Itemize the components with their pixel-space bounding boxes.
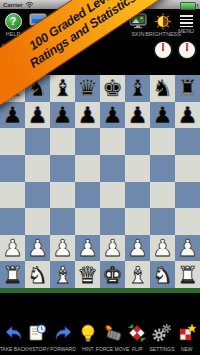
brightness-icon <box>154 13 172 30</box>
square-d7[interactable]: ♟ <box>75 102 100 129</box>
new-game-icon <box>177 323 197 343</box>
flip-button[interactable]: FLIP <box>125 305 150 355</box>
square-a6[interactable] <box>0 128 25 155</box>
square-b7[interactable]: ♟ <box>25 102 50 129</box>
square-e3[interactable] <box>100 208 125 235</box>
carrier-label: Carrier <box>3 2 23 8</box>
battery-icon <box>180 2 198 10</box>
square-g6[interactable] <box>150 128 175 155</box>
square-b3[interactable] <box>25 208 50 235</box>
square-a5[interactable] <box>0 155 25 182</box>
new-game-button[interactable]: NEW <box>175 305 200 355</box>
square-e6[interactable] <box>100 128 125 155</box>
square-d8[interactable]: ♛ <box>75 75 100 102</box>
square-c6[interactable] <box>50 128 75 155</box>
hint-label: HINT <box>82 346 94 352</box>
square-c5[interactable] <box>50 155 75 182</box>
square-e7[interactable]: ♟ <box>100 102 125 129</box>
black-rook: ♜ <box>177 75 198 101</box>
square-a4[interactable] <box>0 182 25 209</box>
square-a1[interactable]: ♜ <box>0 261 25 288</box>
square-f4[interactable] <box>125 182 150 209</box>
square-d5[interactable] <box>75 155 100 182</box>
square-g2[interactable]: ♟ <box>150 235 175 262</box>
square-g5[interactable] <box>150 155 175 182</box>
white-pawn: ♟ <box>2 235 23 261</box>
square-g1[interactable]: ♞ <box>150 261 175 288</box>
white-bishop: ♝ <box>52 262 73 288</box>
square-e2[interactable]: ♟ <box>100 235 125 262</box>
square-h2[interactable]: ♟ <box>175 235 200 262</box>
black-pawn: ♟ <box>2 102 23 128</box>
white-pawn: ♟ <box>177 235 198 261</box>
forward-label: FORWARD <box>50 346 76 352</box>
settings-gears-icon <box>152 323 172 343</box>
take-back-label: TAKE BACK <box>0 346 27 352</box>
menu-label: MENU <box>178 28 194 34</box>
square-g3[interactable] <box>150 208 175 235</box>
square-f6[interactable] <box>125 128 150 155</box>
white-queen: ♛ <box>77 262 98 288</box>
menu-icon <box>180 13 193 27</box>
take-back-button[interactable]: TAKE BACK <box>1 305 26 355</box>
square-f7[interactable]: ♟ <box>125 102 150 129</box>
square-c1[interactable]: ♝ <box>50 261 75 288</box>
square-d1[interactable]: ♛ <box>75 261 100 288</box>
white-knight: ♞ <box>152 262 173 288</box>
white-bishop: ♝ <box>127 262 148 288</box>
black-bishop: ♝ <box>127 75 148 101</box>
black-bishop: ♝ <box>52 75 73 101</box>
white-knight: ♞ <box>27 262 48 288</box>
black-clock-icon <box>177 40 197 60</box>
square-g7[interactable]: ♟ <box>150 102 175 129</box>
square-g4[interactable] <box>150 182 175 209</box>
square-b6[interactable] <box>25 128 50 155</box>
square-a3[interactable] <box>0 208 25 235</box>
square-b4[interactable] <box>25 182 50 209</box>
white-rook: ♜ <box>2 262 23 288</box>
menu-button[interactable]: MENU <box>171 13 200 34</box>
white-clock-icon <box>153 40 173 60</box>
take-back-icon <box>4 323 24 343</box>
square-e8[interactable]: ♚ <box>100 75 125 102</box>
black-pawn: ♟ <box>27 102 48 128</box>
history-button[interactable]: HISTORY <box>26 305 51 355</box>
square-a2[interactable]: ♟ <box>0 235 25 262</box>
flip-label: FLIP <box>132 346 143 352</box>
square-c2[interactable]: ♟ <box>50 235 75 262</box>
square-c7[interactable]: ♟ <box>50 102 75 129</box>
new-game-label: NEW <box>181 346 193 352</box>
force-move-button[interactable]: FORCE MOVE <box>100 305 125 355</box>
square-h8[interactable]: ♜ <box>175 75 200 102</box>
square-h3[interactable] <box>175 208 200 235</box>
black-pawn: ♟ <box>52 102 73 128</box>
white-rook: ♜ <box>177 262 198 288</box>
square-g8[interactable]: ♞ <box>150 75 175 102</box>
black-queen: ♛ <box>77 75 98 101</box>
white-pawn: ♟ <box>77 235 98 261</box>
square-a7[interactable]: ♟ <box>0 102 25 129</box>
white-pawn: ♟ <box>52 235 73 261</box>
white-king: ♚ <box>102 262 123 288</box>
square-e4[interactable] <box>100 182 125 209</box>
hint-lightbulb-icon <box>78 323 98 343</box>
wifi-icon <box>25 1 34 8</box>
forward-icon <box>53 323 73 343</box>
chess-board: ♜♞♝♛♚♝♞♜♟♟♟♟♟♟♟♟♟♟♟♟♟♟♟♟♜♞♝♛♚♝♞♜ <box>0 75 200 288</box>
square-h6[interactable] <box>175 128 200 155</box>
black-pawn: ♟ <box>152 102 173 128</box>
square-h7[interactable]: ♟ <box>175 102 200 129</box>
square-f3[interactable] <box>125 208 150 235</box>
history-icon <box>28 323 48 343</box>
square-c3[interactable] <box>50 208 75 235</box>
skin-label: SKIN <box>132 31 145 37</box>
black-pawn: ♟ <box>102 102 123 128</box>
bottom-toolbar: TAKE BACK HISTORY FORWARD <box>0 305 200 355</box>
square-b5[interactable] <box>25 155 50 182</box>
help-icon: ? <box>5 13 22 30</box>
black-king: ♚ <box>102 75 123 101</box>
square-e5[interactable] <box>100 155 125 182</box>
square-c4[interactable] <box>50 182 75 209</box>
chess-app-screen: Carrier ? HELP RATE <box>0 0 200 355</box>
force-move-icon <box>103 323 123 343</box>
flip-board-icon <box>127 323 147 343</box>
square-f8[interactable]: ♝ <box>125 75 150 102</box>
white-pawn: ♟ <box>127 235 148 261</box>
square-b1[interactable]: ♞ <box>25 261 50 288</box>
settings-label: SETTINGS <box>150 346 175 352</box>
black-pawn: ♟ <box>127 102 148 128</box>
board-edge-strip <box>0 288 200 293</box>
settings-button[interactable]: SETTINGS <box>150 305 175 355</box>
square-d2[interactable]: ♟ <box>75 235 100 262</box>
square-h1[interactable]: ♜ <box>175 261 200 288</box>
square-h5[interactable] <box>175 155 200 182</box>
square-f2[interactable]: ♟ <box>125 235 150 262</box>
square-b2[interactable]: ♟ <box>25 235 50 262</box>
black-knight: ♞ <box>152 75 173 101</box>
square-f1[interactable]: ♝ <box>125 261 150 288</box>
white-pawn: ♟ <box>152 235 173 261</box>
black-pawn: ♟ <box>177 102 198 128</box>
history-label: HISTORY <box>27 346 49 352</box>
square-h4[interactable] <box>175 182 200 209</box>
square-d3[interactable] <box>75 208 100 235</box>
white-pawn: ♟ <box>102 235 123 261</box>
square-c8[interactable]: ♝ <box>50 75 75 102</box>
square-d6[interactable] <box>75 128 100 155</box>
forward-button[interactable]: FORWARD <box>51 305 76 355</box>
black-pawn: ♟ <box>77 102 98 128</box>
square-d4[interactable] <box>75 182 100 209</box>
white-pawn: ♟ <box>27 235 48 261</box>
square-e1[interactable]: ♚ <box>100 261 125 288</box>
square-f5[interactable] <box>125 155 150 182</box>
